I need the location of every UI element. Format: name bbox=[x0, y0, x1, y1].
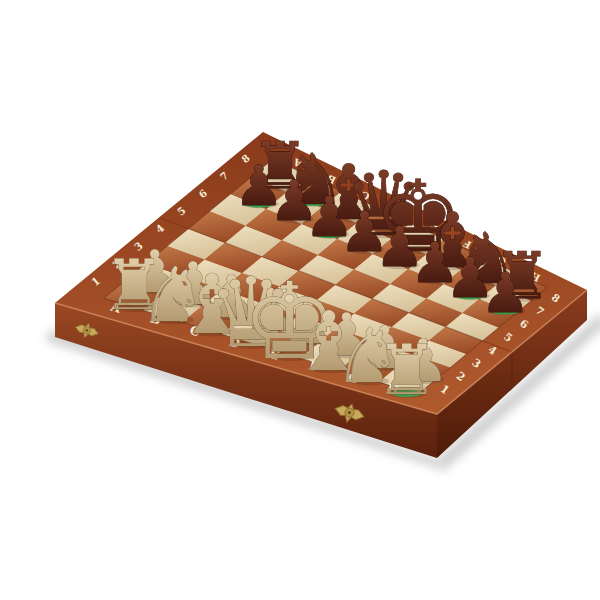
piece-white-rook-h1: ♜ bbox=[375, 330, 437, 410]
chess-board: AABBCCDDEEFFGGHH1122334455667788♜♞♟♝♟♛♟♟… bbox=[0, 0, 600, 600]
chess-set-product-photo: AABBCCDDEEFFGGHH1122334455667788♜♞♟♝♟♛♟♟… bbox=[0, 0, 600, 600]
piece-black-pawn-h7: ♟ bbox=[480, 260, 530, 325]
